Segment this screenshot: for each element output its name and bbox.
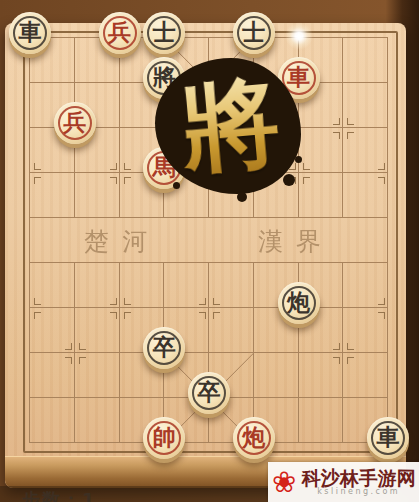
piece-glyph: 士 bbox=[233, 12, 275, 54]
piece-glyph: 車 bbox=[9, 12, 51, 54]
position-mark bbox=[124, 312, 131, 319]
grid-cell bbox=[343, 38, 388, 83]
position-mark bbox=[347, 357, 354, 364]
position-mark bbox=[65, 357, 72, 364]
piece-red-炮[interactable]: 炮 bbox=[233, 417, 275, 459]
piece-red-帥[interactable]: 帥 bbox=[143, 417, 185, 459]
position-mark bbox=[289, 177, 296, 184]
position-mark bbox=[347, 343, 354, 350]
position-mark bbox=[378, 163, 385, 170]
piece-glyph: 帥 bbox=[143, 417, 185, 459]
position-mark bbox=[347, 132, 354, 139]
position-mark bbox=[213, 298, 220, 305]
grid-cell bbox=[299, 398, 344, 443]
piece-red-車[interactable]: 車 bbox=[278, 57, 320, 99]
position-mark bbox=[333, 132, 340, 139]
piece-black-卒[interactable]: 卒 bbox=[143, 327, 185, 369]
position-mark bbox=[34, 312, 41, 319]
position-mark bbox=[110, 163, 117, 170]
position-mark bbox=[378, 177, 385, 184]
grid-cell bbox=[343, 218, 388, 263]
position-mark bbox=[213, 163, 220, 170]
watermark-site-url: kslineng.com bbox=[317, 488, 400, 496]
site-watermark: ❀ 科沙林手游网 kslineng.com bbox=[268, 462, 419, 502]
piece-black-車[interactable]: 車 bbox=[9, 12, 51, 54]
grid-cell bbox=[30, 398, 75, 443]
position-mark bbox=[303, 163, 310, 170]
piece-glyph: 炮 bbox=[278, 282, 320, 324]
game-screen: 楚河 漢界 車兵士士將車兵馬炮卒卒帥炮車 將 ✦ 步数：1 ❀ 科沙林手游网 k… bbox=[0, 0, 419, 502]
piece-red-兵[interactable]: 兵 bbox=[54, 102, 96, 144]
position-mark bbox=[213, 177, 220, 184]
position-mark bbox=[199, 298, 206, 305]
piece-black-車[interactable]: 車 bbox=[367, 417, 409, 459]
position-mark bbox=[333, 357, 340, 364]
piece-black-士[interactable]: 士 bbox=[233, 12, 275, 54]
position-mark bbox=[79, 357, 86, 364]
grid-cell bbox=[164, 218, 209, 263]
position-mark bbox=[34, 163, 41, 170]
position-mark bbox=[303, 177, 310, 184]
position-mark bbox=[199, 177, 206, 184]
piece-red-兵[interactable]: 兵 bbox=[99, 12, 141, 54]
piece-glyph: 將 bbox=[143, 57, 185, 99]
watermark-site-name: 科沙林手游网 bbox=[302, 468, 416, 489]
piece-glyph: 兵 bbox=[54, 102, 96, 144]
grid-cell bbox=[254, 353, 299, 398]
river-label-left: 楚河 bbox=[84, 225, 160, 258]
piece-glyph: 馬 bbox=[143, 147, 185, 189]
position-mark bbox=[124, 298, 131, 305]
piece-black-將[interactable]: 將 bbox=[143, 57, 185, 99]
piece-glyph: 士 bbox=[143, 12, 185, 54]
position-mark bbox=[289, 163, 296, 170]
position-mark bbox=[333, 118, 340, 125]
position-mark bbox=[347, 118, 354, 125]
xiangqi-board[interactable]: 楚河 漢界 車兵士士將車兵馬炮卒卒帥炮車 將 ✦ bbox=[5, 23, 406, 488]
grid-cell bbox=[209, 83, 254, 128]
river-label-right: 漢界 bbox=[258, 225, 334, 258]
flower-icon: ❀ bbox=[272, 468, 296, 497]
position-mark bbox=[110, 298, 117, 305]
piece-black-士[interactable]: 士 bbox=[143, 12, 185, 54]
sparkle-icon: ✦ bbox=[285, 22, 313, 50]
piece-glyph: 卒 bbox=[143, 327, 185, 369]
position-mark bbox=[124, 177, 131, 184]
piece-black-卒[interactable]: 卒 bbox=[188, 372, 230, 414]
position-mark bbox=[378, 312, 385, 319]
piece-glyph: 車 bbox=[367, 417, 409, 459]
position-mark bbox=[79, 343, 86, 350]
position-mark bbox=[110, 312, 117, 319]
piece-red-馬[interactable]: 馬 bbox=[143, 147, 185, 189]
position-mark bbox=[199, 312, 206, 319]
position-mark bbox=[378, 298, 385, 305]
position-mark bbox=[34, 177, 41, 184]
piece-glyph: 炮 bbox=[233, 417, 275, 459]
grid-cell bbox=[209, 218, 254, 263]
piece-glyph: 車 bbox=[278, 57, 320, 99]
grid-cell bbox=[30, 218, 75, 263]
position-mark bbox=[34, 298, 41, 305]
position-mark bbox=[199, 163, 206, 170]
piece-black-炮[interactable]: 炮 bbox=[278, 282, 320, 324]
position-mark bbox=[65, 343, 72, 350]
position-mark bbox=[213, 312, 220, 319]
grid-cell bbox=[75, 398, 120, 443]
move-counter-label: 步数：1 bbox=[22, 488, 97, 502]
piece-glyph: 卒 bbox=[188, 372, 230, 414]
position-mark bbox=[110, 177, 117, 184]
position-mark bbox=[124, 163, 131, 170]
piece-glyph: 兵 bbox=[99, 12, 141, 54]
position-mark bbox=[333, 343, 340, 350]
